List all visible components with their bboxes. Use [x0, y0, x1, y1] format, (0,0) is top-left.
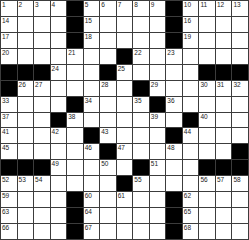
cell-number: 25 — [118, 65, 125, 72]
crossword-cell[interactable] — [34, 144, 50, 159]
crossword-cell[interactable] — [117, 113, 133, 128]
crossword-cell[interactable] — [216, 33, 232, 48]
crossword-cell[interactable] — [199, 33, 215, 48]
black-cell — [67, 33, 83, 48]
crossword-cell[interactable] — [199, 192, 215, 207]
crossword-cell[interactable] — [84, 49, 100, 64]
crossword-cell[interactable]: 60 — [84, 192, 100, 207]
crossword-cell[interactable] — [67, 160, 83, 175]
crossword-cell[interactable] — [150, 33, 166, 48]
crossword-cell[interactable] — [51, 144, 67, 159]
crossword-cell[interactable]: 21 — [67, 49, 83, 64]
crossword-cell[interactable] — [18, 49, 34, 64]
black-cell — [100, 65, 116, 80]
crossword-cell[interactable] — [51, 81, 67, 96]
crossword-cell[interactable]: 39 — [150, 113, 166, 128]
crossword-cell[interactable]: 30 — [199, 81, 215, 96]
crossword-cell[interactable]: 62 — [183, 192, 199, 207]
black-cell — [150, 97, 166, 112]
crossword-cell[interactable] — [199, 97, 215, 112]
crossword-cell[interactable] — [216, 224, 232, 239]
black-cell — [1, 81, 17, 96]
cell-number: 3 — [35, 1, 39, 8]
cell-number: 67 — [85, 224, 92, 231]
crossword-cell[interactable] — [100, 97, 116, 112]
crossword-cell[interactable]: 6 — [100, 1, 116, 16]
cell-number: 46 — [85, 144, 92, 151]
crossword-cell[interactable]: 48 — [166, 144, 182, 159]
crossword-cell[interactable] — [232, 97, 248, 112]
cell-number: 19 — [184, 33, 191, 40]
crossword-cell[interactable] — [100, 17, 116, 32]
crossword-cell[interactable] — [216, 192, 232, 207]
crossword-cell[interactable]: 46 — [84, 144, 100, 159]
crossword-cell[interactable] — [232, 113, 248, 128]
cell-number: 61 — [118, 192, 125, 199]
crossword-cell[interactable]: 61 — [117, 192, 133, 207]
black-cell — [67, 1, 83, 16]
cell-number: 42 — [52, 128, 59, 135]
cell-number: 51 — [151, 160, 158, 167]
cell-number: 11 — [200, 1, 207, 8]
crossword-cell[interactable] — [199, 208, 215, 223]
cell-number: 60 — [85, 192, 92, 199]
black-cell — [18, 65, 34, 80]
crossword-cell[interactable] — [117, 128, 133, 143]
crossword-cell[interactable] — [133, 224, 149, 239]
crossword-cell[interactable] — [51, 97, 67, 112]
cell-number: 66 — [2, 224, 9, 231]
crossword-cell[interactable] — [150, 224, 166, 239]
crossword-cell[interactable] — [133, 144, 149, 159]
crossword-cell[interactable] — [67, 65, 83, 80]
crossword-cell[interactable] — [183, 97, 199, 112]
cell-number: 62 — [184, 192, 191, 199]
crossword-cell[interactable] — [166, 176, 182, 191]
black-cell — [67, 224, 83, 239]
crossword-cell[interactable] — [150, 144, 166, 159]
cell-number: 56 — [200, 176, 207, 183]
cell-number: 4 — [52, 1, 56, 8]
crossword-cell[interactable] — [216, 17, 232, 32]
cell-number: 7 — [118, 1, 122, 8]
cell-number: 5 — [85, 1, 89, 8]
crossword-cell[interactable] — [183, 81, 199, 96]
crossword-cell[interactable]: 24 — [51, 65, 67, 80]
crossword-cell[interactable] — [117, 33, 133, 48]
crossword-cell[interactable] — [34, 49, 50, 64]
crossword-cell[interactable]: 9 — [150, 1, 166, 16]
cell-number: 44 — [184, 128, 191, 135]
crossword-cell[interactable] — [199, 224, 215, 239]
black-cell — [1, 65, 17, 80]
black-cell — [166, 224, 182, 239]
crossword-cell[interactable] — [216, 128, 232, 143]
cell-number: 8 — [134, 1, 138, 8]
cell-number: 14 — [2, 17, 9, 24]
crossword-cell[interactable]: 36 — [166, 97, 182, 112]
cell-number: 28 — [101, 81, 108, 88]
cell-number: 47 — [118, 144, 125, 151]
crossword-cell[interactable] — [117, 224, 133, 239]
black-cell — [67, 192, 83, 207]
black-cell — [166, 33, 182, 48]
crossword-cell[interactable] — [117, 97, 133, 112]
crossword-cell[interactable] — [199, 49, 215, 64]
black-cell — [67, 208, 83, 223]
black-cell — [34, 160, 50, 175]
crossword-cell[interactable] — [166, 160, 182, 175]
cell-number: 24 — [52, 65, 59, 72]
crossword-cell[interactable] — [199, 128, 215, 143]
cell-number: 54 — [35, 176, 42, 183]
black-cell — [183, 113, 199, 128]
cell-number: 34 — [85, 97, 92, 104]
crossword-cell[interactable]: 67 — [84, 224, 100, 239]
crossword-cell[interactable]: 10 — [183, 1, 199, 16]
crossword-cell[interactable]: 68 — [183, 224, 199, 239]
crossword-cell[interactable] — [117, 81, 133, 96]
cell-number: 6 — [101, 1, 105, 8]
crossword-cell[interactable]: 47 — [117, 144, 133, 159]
black-cell — [84, 128, 100, 143]
cell-number: 9 — [151, 1, 155, 8]
cell-number: 58 — [233, 176, 240, 183]
crossword-cell[interactable]: 50 — [100, 160, 116, 175]
crossword-cell[interactable] — [18, 224, 34, 239]
crossword-cell[interactable] — [18, 128, 34, 143]
crossword-cell[interactable] — [18, 144, 34, 159]
crossword-cell[interactable]: 11 — [199, 1, 215, 16]
crossword-cell[interactable]: 23 — [166, 49, 182, 64]
crossword-cell[interactable] — [67, 81, 83, 96]
cell-number: 27 — [35, 81, 42, 88]
crossword-cell[interactable]: 13 — [232, 1, 248, 16]
crossword-cell[interactable]: 55 — [133, 176, 149, 191]
crossword-cell[interactable] — [18, 192, 34, 207]
crossword-cell[interactable]: 29 — [150, 81, 166, 96]
cell-number: 37 — [2, 113, 9, 120]
crossword-cell[interactable]: 53 — [18, 176, 34, 191]
crossword-cell[interactable]: 27 — [34, 81, 50, 96]
cell-number: 41 — [2, 128, 9, 135]
crossword-cell[interactable]: 33 — [1, 97, 17, 112]
cell-number: 52 — [2, 176, 9, 183]
crossword-cell[interactable] — [34, 33, 50, 48]
black-cell — [216, 160, 232, 175]
black-cell — [1, 160, 17, 175]
crossword-cell[interactable] — [117, 17, 133, 32]
crossword-cell[interactable]: 38 — [67, 113, 83, 128]
crossword-cell[interactable] — [100, 224, 116, 239]
black-cell — [166, 192, 182, 207]
black-cell — [117, 176, 133, 191]
cell-number: 57 — [217, 176, 224, 183]
crossword-cell[interactable]: 41 — [1, 128, 17, 143]
crossword-cell[interactable]: 15 — [84, 17, 100, 32]
crossword-cell[interactable] — [51, 208, 67, 223]
cell-number: 39 — [151, 113, 158, 120]
crossword-cell[interactable]: 2 — [18, 1, 34, 16]
cell-number: 64 — [85, 208, 92, 215]
black-cell — [34, 65, 50, 80]
black-cell — [199, 65, 215, 80]
crossword-cell[interactable] — [232, 208, 248, 223]
crossword-cell[interactable] — [199, 144, 215, 159]
crossword-cell[interactable] — [199, 17, 215, 32]
crossword-cell[interactable] — [133, 208, 149, 223]
crossword-cell[interactable] — [18, 33, 34, 48]
crossword-cell[interactable] — [34, 17, 50, 32]
cell-number: 49 — [52, 160, 59, 167]
cell-number: 29 — [151, 81, 158, 88]
cell-number: 17 — [2, 33, 9, 40]
cell-number: 15 — [85, 17, 92, 24]
crossword-cell[interactable]: 35 — [133, 97, 149, 112]
black-cell — [166, 208, 182, 223]
cell-number: 68 — [184, 224, 191, 231]
crossword-cell[interactable] — [150, 17, 166, 32]
cell-number: 33 — [2, 97, 9, 104]
crossword-cell[interactable] — [84, 65, 100, 80]
crossword-cell[interactable]: 26 — [18, 81, 34, 96]
crossword-cell[interactable] — [232, 128, 248, 143]
crossword-cell[interactable] — [51, 33, 67, 48]
crossword-cell[interactable] — [18, 97, 34, 112]
crossword-cell[interactable] — [216, 113, 232, 128]
black-cell — [232, 65, 248, 80]
cell-number: 43 — [101, 128, 108, 135]
crossword-cell[interactable] — [183, 176, 199, 191]
cell-number: 21 — [68, 49, 75, 56]
crossword-board: 1234567891011121314151617181920212223242… — [0, 0, 249, 240]
cell-number: 31 — [217, 81, 224, 88]
crossword-cell[interactable] — [67, 128, 83, 143]
crossword-cell[interactable]: 45 — [1, 144, 17, 159]
crossword-cell[interactable] — [18, 17, 34, 32]
black-cell — [67, 17, 83, 32]
black-cell — [117, 49, 133, 64]
black-cell — [67, 97, 83, 112]
crossword-cell[interactable]: 7 — [117, 1, 133, 16]
crossword-cell[interactable]: 44 — [183, 128, 199, 143]
crossword-cell[interactable]: 59 — [1, 192, 17, 207]
cell-number: 1 — [2, 1, 6, 8]
crossword-cell[interactable]: 5 — [84, 1, 100, 16]
cell-number: 63 — [2, 208, 9, 215]
crossword-cell[interactable] — [34, 97, 50, 112]
black-cell — [18, 160, 34, 175]
crossword-puzzle: 1234567891011121314151617181920212223242… — [0, 0, 249, 240]
crossword-cell[interactable] — [34, 113, 50, 128]
cell-number: 35 — [134, 97, 141, 104]
cell-number: 30 — [200, 81, 207, 88]
crossword-cell[interactable] — [18, 208, 34, 223]
crossword-cell[interactable]: 32 — [232, 81, 248, 96]
crossword-cell[interactable] — [34, 128, 50, 143]
crossword-cell[interactable]: 57 — [216, 176, 232, 191]
crossword-cell[interactable]: 54 — [34, 176, 50, 191]
crossword-cell[interactable] — [150, 65, 166, 80]
black-cell — [166, 17, 182, 32]
crossword-cell[interactable]: 56 — [199, 176, 215, 191]
cell-number: 50 — [101, 160, 108, 167]
crossword-cell[interactable]: 16 — [183, 17, 199, 32]
crossword-cell[interactable]: 14 — [1, 17, 17, 32]
crossword-cell[interactable] — [117, 208, 133, 223]
crossword-cell[interactable] — [100, 33, 116, 48]
black-cell — [100, 144, 116, 159]
crossword-cell[interactable]: 1 — [1, 1, 17, 16]
crossword-cell[interactable] — [84, 160, 100, 175]
cell-number: 65 — [184, 208, 191, 215]
crossword-cell[interactable] — [166, 81, 182, 96]
crossword-cell[interactable] — [34, 224, 50, 239]
cell-number: 23 — [167, 49, 174, 56]
crossword-cell[interactable] — [150, 208, 166, 223]
crossword-cell[interactable]: 8 — [133, 1, 149, 16]
black-cell — [232, 144, 248, 159]
crossword-cell[interactable]: 28 — [100, 81, 116, 96]
crossword-cell[interactable]: 52 — [1, 176, 17, 191]
crossword-cell[interactable]: 17 — [1, 33, 17, 48]
crossword-cell[interactable] — [232, 192, 248, 207]
crossword-cell[interactable] — [183, 144, 199, 159]
crossword-cell[interactable] — [51, 49, 67, 64]
crossword-cell[interactable] — [34, 192, 50, 207]
cell-number: 38 — [68, 113, 75, 120]
crossword-cell[interactable] — [232, 17, 248, 32]
cell-number: 20 — [2, 49, 9, 56]
crossword-cell[interactable] — [150, 128, 166, 143]
crossword-cell[interactable] — [100, 176, 116, 191]
black-cell — [51, 113, 67, 128]
crossword-cell[interactable]: 19 — [183, 33, 199, 48]
crossword-cell[interactable] — [133, 128, 149, 143]
crossword-cell[interactable] — [84, 81, 100, 96]
crossword-cell[interactable] — [166, 113, 182, 128]
crossword-cell[interactable]: 40 — [199, 113, 215, 128]
crossword-cell[interactable]: 22 — [133, 49, 149, 64]
crossword-cell[interactable] — [183, 49, 199, 64]
crossword-cell[interactable] — [232, 49, 248, 64]
crossword-cell[interactable]: 12 — [216, 1, 232, 16]
crossword-cell[interactable] — [84, 176, 100, 191]
crossword-cell[interactable] — [51, 176, 67, 191]
crossword-cell[interactable] — [133, 192, 149, 207]
crossword-cell[interactable] — [100, 113, 116, 128]
crossword-cell[interactable] — [67, 176, 83, 191]
cell-number: 16 — [184, 17, 191, 24]
crossword-cell[interactable] — [150, 192, 166, 207]
crossword-cell[interactable] — [18, 113, 34, 128]
black-cell — [133, 81, 149, 96]
crossword-cell[interactable] — [117, 160, 133, 175]
crossword-cell[interactable] — [216, 97, 232, 112]
crossword-cell[interactable]: 64 — [84, 208, 100, 223]
cell-number: 36 — [167, 97, 174, 104]
cell-number: 13 — [233, 1, 240, 8]
crossword-cell[interactable]: 25 — [117, 65, 133, 80]
crossword-cell[interactable] — [133, 113, 149, 128]
crossword-cell[interactable] — [166, 65, 182, 80]
crossword-cell[interactable]: 4 — [51, 1, 67, 16]
cell-number: 45 — [2, 144, 9, 151]
black-cell — [133, 160, 149, 175]
cell-number: 48 — [167, 144, 174, 151]
crossword-cell[interactable] — [100, 49, 116, 64]
crossword-cell[interactable]: 42 — [51, 128, 67, 143]
crossword-cell[interactable] — [150, 176, 166, 191]
crossword-cell[interactable]: 51 — [150, 160, 166, 175]
crossword-cell[interactable]: 65 — [183, 208, 199, 223]
crossword-cell[interactable] — [216, 208, 232, 223]
crossword-cell[interactable]: 20 — [1, 49, 17, 64]
crossword-cell[interactable] — [216, 144, 232, 159]
cell-number: 22 — [134, 49, 141, 56]
crossword-cell[interactable] — [51, 224, 67, 239]
crossword-cell[interactable] — [183, 65, 199, 80]
crossword-cell[interactable] — [51, 17, 67, 32]
crossword-cell[interactable]: 31 — [216, 81, 232, 96]
crossword-cell[interactable] — [216, 49, 232, 64]
crossword-cell[interactable]: 66 — [1, 224, 17, 239]
crossword-cell[interactable] — [100, 208, 116, 223]
cell-number: 18 — [85, 33, 92, 40]
crossword-cell[interactable] — [84, 113, 100, 128]
cell-number: 55 — [134, 176, 141, 183]
cell-number: 26 — [19, 81, 26, 88]
crossword-cell[interactable] — [232, 224, 248, 239]
cell-number: 12 — [217, 1, 224, 8]
cell-number: 2 — [19, 1, 23, 8]
crossword-cell[interactable] — [133, 65, 149, 80]
crossword-cell[interactable] — [51, 192, 67, 207]
crossword-cell[interactable]: 58 — [232, 176, 248, 191]
cell-number: 10 — [184, 1, 191, 8]
cell-number: 32 — [233, 81, 240, 88]
crossword-cell[interactable]: 3 — [34, 1, 50, 16]
crossword-cell[interactable] — [150, 49, 166, 64]
black-cell — [216, 65, 232, 80]
crossword-cell[interactable]: 43 — [100, 128, 116, 143]
crossword-cell[interactable] — [232, 33, 248, 48]
crossword-cell[interactable] — [100, 192, 116, 207]
crossword-cell[interactable] — [133, 33, 149, 48]
crossword-cell[interactable]: 37 — [1, 113, 17, 128]
cell-number: 53 — [19, 176, 26, 183]
cell-number: 40 — [200, 113, 207, 120]
crossword-cell[interactable] — [34, 208, 50, 223]
cell-number: 59 — [2, 192, 9, 199]
crossword-cell[interactable] — [183, 160, 199, 175]
black-cell — [166, 1, 182, 16]
crossword-cell[interactable]: 34 — [84, 97, 100, 112]
crossword-cell[interactable]: 18 — [84, 33, 100, 48]
black-cell — [199, 160, 215, 175]
crossword-cell[interactable] — [133, 17, 149, 32]
crossword-cell[interactable] — [67, 144, 83, 159]
black-cell — [232, 160, 248, 175]
crossword-cell[interactable]: 63 — [1, 208, 17, 223]
crossword-cell[interactable]: 49 — [51, 160, 67, 175]
black-cell — [166, 128, 182, 143]
